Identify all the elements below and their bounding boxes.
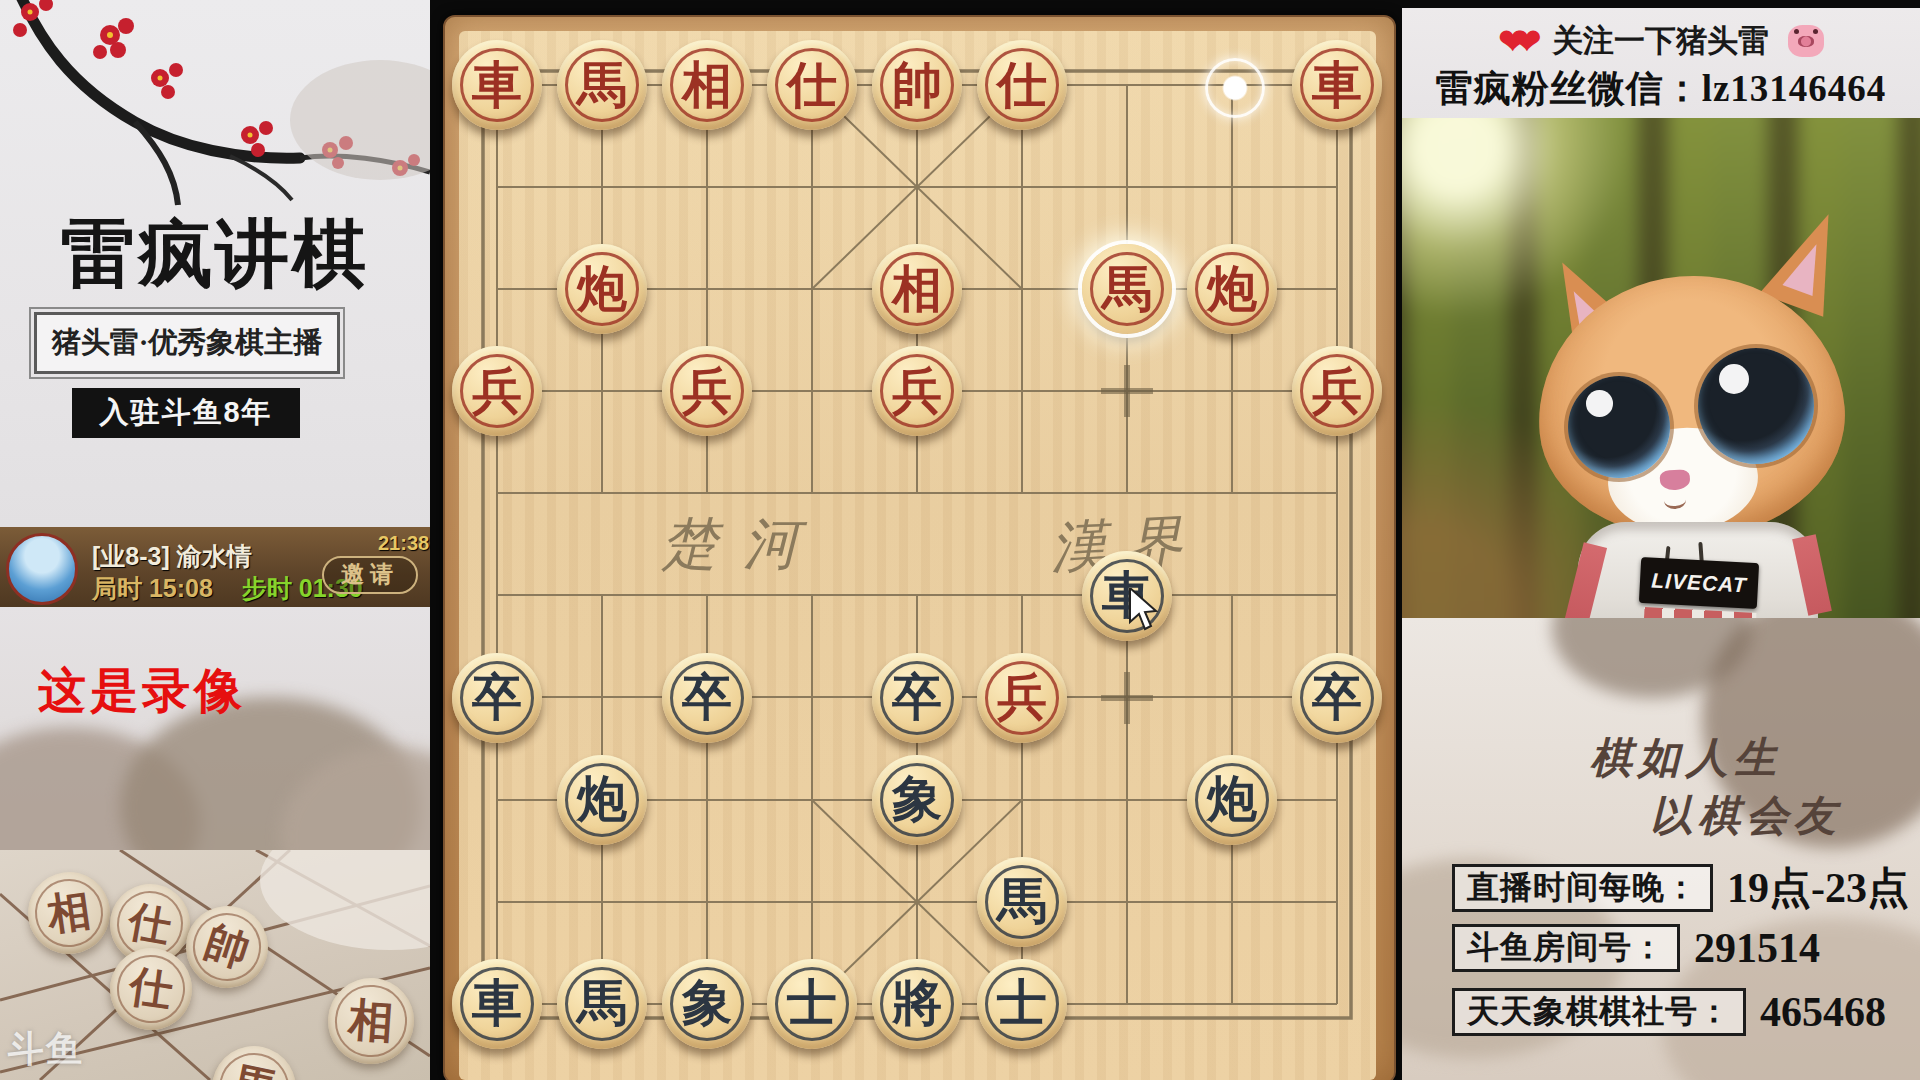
piece-glyph: 相 (682, 52, 732, 119)
piece-glyph: 車 (1312, 52, 1362, 119)
piece-black-象[interactable]: 象 (872, 755, 962, 845)
cat-eye-right (1698, 348, 1814, 464)
piece-black-卒[interactable]: 卒 (662, 653, 752, 743)
follow-text: 关注一下猪头雷 (1552, 23, 1769, 58)
livecat-badge: LIVECAT (1639, 557, 1759, 609)
live-time-label: 直播时间每晚： (1452, 864, 1713, 912)
invite-button[interactable]: 邀请 (322, 556, 418, 594)
room-number-label: 斗鱼房间号： (1452, 924, 1680, 972)
hearts-icon: ❤❤ (1498, 22, 1527, 60)
piece-black-將[interactable]: 將 (872, 959, 962, 1049)
piece-red-帥[interactable]: 帥 (872, 40, 962, 130)
board-point-marker (1101, 365, 1153, 417)
board-point-marker (1101, 672, 1153, 724)
piece-glyph: 士 (997, 970, 1047, 1037)
piece-glyph: 馬 (577, 52, 627, 119)
piece-black-炮[interactable]: 炮 (557, 755, 647, 845)
piece-glyph: 將 (892, 970, 942, 1037)
douyu-watermark: 斗鱼 (8, 1025, 84, 1074)
cat-mascot: LIVECAT (1402, 118, 1920, 618)
piece-black-卒[interactable]: 卒 (872, 653, 962, 743)
piece-glyph: 馬 (577, 970, 627, 1037)
pig-face-icon (1788, 25, 1824, 57)
piece-glyph: 卒 (892, 664, 942, 731)
opponent-avatar[interactable] (6, 533, 78, 605)
live-time-value: 19点-23点 (1727, 860, 1909, 916)
follow-line: ❤❤ 关注一下猪头雷 (1402, 20, 1920, 62)
motto-line2: 以棋会友 (1650, 788, 1842, 844)
plum-blossom-art (0, 0, 430, 210)
piece-glyph: 士 (787, 970, 837, 1037)
game-time: 局时 15:08 (92, 574, 213, 602)
piece-glyph: 炮 (577, 256, 627, 323)
board-grid: 楚河 漢界 (443, 15, 1392, 1080)
room-number-value: 291514 (1694, 924, 1820, 972)
motto-line1: 棋如人生 (1590, 730, 1782, 786)
piece-glyph: 卒 (682, 664, 732, 731)
piece-black-炮[interactable]: 炮 (1187, 755, 1277, 845)
wall-clock: 21:38 (378, 532, 429, 555)
ink-wash-panel-left: 这是录像 相仕帥仕相馬 斗鱼 (0, 607, 430, 1080)
streamer-poster: 雷疯讲棋 猪头雷·优秀象棋主播 入驻斗鱼8年 (0, 0, 430, 527)
poster-title: 雷疯讲棋 (0, 205, 430, 305)
club-number-label: 天天象棋棋社号： (1452, 988, 1746, 1036)
piece-glyph: 車 (472, 970, 522, 1037)
piece-red-炮[interactable]: 炮 (1187, 244, 1277, 334)
poster-badge: 入驻斗鱼8年 (72, 388, 300, 438)
piece-glyph: 帥 (892, 52, 942, 119)
piece-glyph: 兵 (892, 358, 942, 425)
stream-screen: 雷疯讲棋 猪头雷·优秀象棋主播 入驻斗鱼8年 [业8-3] 渝水情 局时 15:… (0, 0, 1920, 1080)
piece-red-仕[interactable]: 仕 (767, 40, 857, 130)
piece-glyph: 象 (682, 970, 732, 1037)
piece-red-兵[interactable]: 兵 (452, 346, 542, 436)
piece-red-相[interactable]: 相 (662, 40, 752, 130)
cat-eye-left (1568, 376, 1670, 478)
piece-glyph: 車 (472, 52, 522, 119)
piece-black-卒[interactable]: 卒 (1292, 653, 1382, 743)
poster-subtitle: 猪头雷·优秀象棋主播 (34, 312, 340, 374)
club-number-row: 天天象棋棋社号： 465468 (1452, 988, 1886, 1036)
piece-red-兵[interactable]: 兵 (872, 346, 962, 436)
opponent-name: [业8-3] 渝水情 (92, 540, 252, 573)
piece-red-兵[interactable]: 兵 (662, 346, 752, 436)
piece-glyph: 象 (892, 766, 942, 833)
piece-red-炮[interactable]: 炮 (557, 244, 647, 334)
wechat-line: 雷疯粉丝微信：lz13146464 (1402, 64, 1920, 114)
piece-black-象[interactable]: 象 (662, 959, 752, 1049)
cat-mascot-photo: LIVECAT (1402, 118, 1920, 618)
piece-red-仕[interactable]: 仕 (977, 40, 1067, 130)
svg-text:楚河: 楚河 (661, 513, 825, 575)
piece-red-馬[interactable]: 馬 (557, 40, 647, 130)
club-number-value: 465468 (1760, 988, 1886, 1036)
piece-glyph: 卒 (472, 664, 522, 731)
piece-black-車[interactable]: 車 (452, 959, 542, 1049)
piece-glyph: 炮 (577, 766, 627, 833)
recording-caption: 这是录像 (38, 659, 246, 723)
piece-red-兵[interactable]: 兵 (1292, 346, 1382, 436)
live-time-row: 直播时间每晚： 19点-23点 (1452, 864, 1909, 912)
piece-black-士[interactable]: 士 (977, 959, 1067, 1049)
piece-red-馬[interactable]: 馬 (1082, 244, 1172, 334)
piece-glyph: 炮 (1207, 256, 1257, 323)
follow-banner: ❤❤ 关注一下猪头雷 雷疯粉丝微信：lz13146464 (1402, 8, 1920, 118)
room-number-row: 斗鱼房间号： 291514 (1452, 924, 1820, 972)
piece-red-車[interactable]: 車 (1292, 40, 1382, 130)
mouse-cursor (1128, 588, 1164, 632)
piece-red-相[interactable]: 相 (872, 244, 962, 334)
last-move-origin-marker (1205, 58, 1265, 118)
piece-glyph: 兵 (1312, 358, 1362, 425)
piece-glyph: 炮 (1207, 766, 1257, 833)
piece-glyph: 仕 (997, 52, 1047, 119)
piece-glyph: 仕 (787, 52, 837, 119)
piece-black-馬[interactable]: 馬 (977, 857, 1067, 947)
piece-glyph: 馬 (1102, 256, 1152, 323)
piece-glyph: 兵 (997, 664, 1047, 731)
ink-wash-panel-right: 棋如人生 以棋会友 直播时间每晚： 19点-23点 斗鱼房间号： 291514 … (1402, 618, 1920, 1080)
piece-black-士[interactable]: 士 (767, 959, 857, 1049)
piece-red-兵[interactable]: 兵 (977, 653, 1067, 743)
piece-red-車[interactable]: 車 (452, 40, 542, 130)
piece-glyph: 卒 (1312, 664, 1362, 731)
piece-glyph: 相 (892, 256, 942, 323)
piece-glyph: 兵 (682, 358, 732, 425)
piece-black-馬[interactable]: 馬 (557, 959, 647, 1049)
piece-glyph: 兵 (472, 358, 522, 425)
piece-glyph: 馬 (997, 868, 1047, 935)
piece-black-卒[interactable]: 卒 (452, 653, 542, 743)
